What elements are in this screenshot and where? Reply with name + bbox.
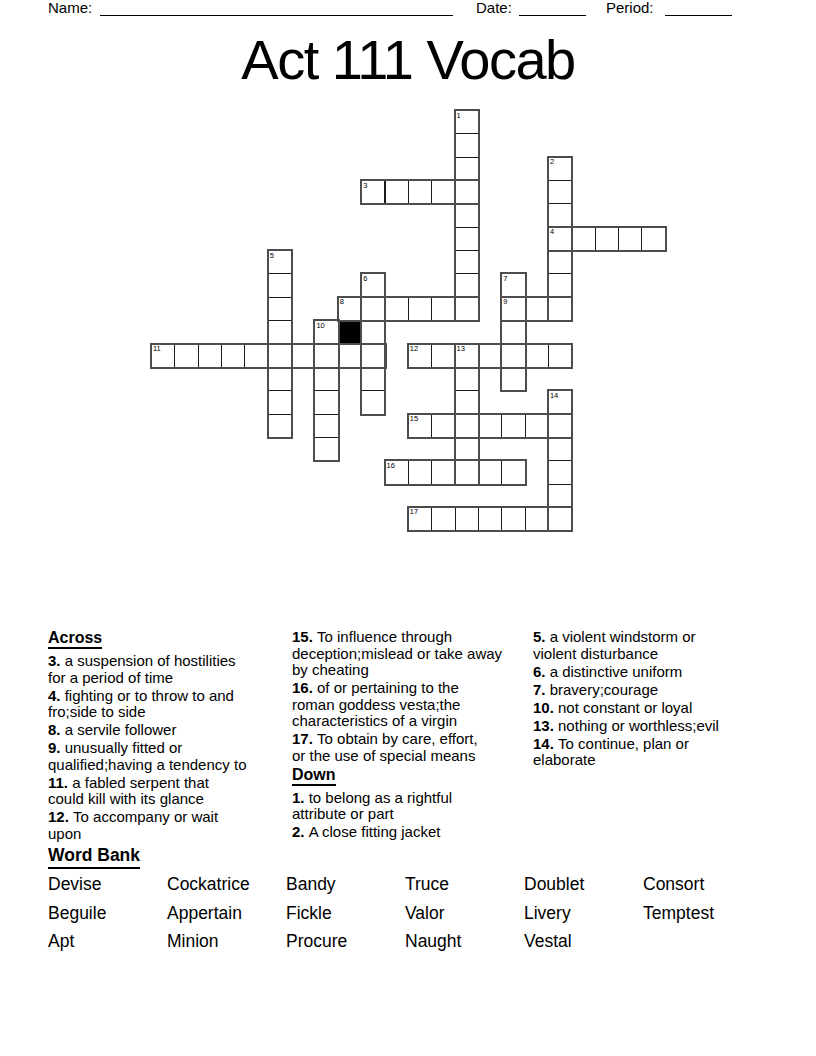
grid-cell-r15c11[interactable] (408, 460, 432, 484)
grid-cell-r13c16[interactable] (525, 414, 549, 438)
word-bank-word-naught: Naught (405, 927, 524, 956)
cell-number-10: 10 (316, 322, 324, 330)
grid-cell-r17c17[interactable] (548, 507, 572, 531)
clue-a11: 11. a fabled serpent thatcould kill with… (48, 775, 294, 808)
page-title: Act 111 Vocab (0, 32, 816, 88)
clue-a9: 9. unusually fitted orqualified;having a… (48, 740, 294, 773)
cell-number-16: 16 (387, 462, 395, 470)
clue-d14: 14. To continue, plan orelaborate (533, 736, 779, 769)
cell-number-17: 17 (410, 508, 418, 516)
date-label: Date: (476, 0, 512, 16)
grid-cell-r12c5[interactable] (268, 390, 292, 414)
grid-cell-r8c13[interactable] (455, 297, 479, 321)
period-label: Period: (606, 0, 654, 16)
grid-cell-r2c13[interactable] (455, 157, 479, 181)
grid-cell-r10c5[interactable] (268, 344, 292, 368)
grid-cell-r11c15[interactable] (501, 367, 525, 391)
grid-cell-r9c5[interactable] (268, 320, 292, 344)
clue-d5: 5. a violent windstorm orviolent disturb… (533, 629, 779, 662)
across-heading: Across (48, 629, 294, 647)
grid-cell-r13c12[interactable] (431, 414, 455, 438)
grid-cell-r12c13[interactable] (455, 390, 479, 414)
clue-a17: 17. To obtain by care, effort,or the use… (292, 731, 538, 764)
grid-cell-r10c7[interactable] (314, 344, 338, 368)
clue-column-3: 5. a violent windstorm orviolent disturb… (533, 629, 779, 770)
grid-cell-r17c16[interactable] (525, 507, 549, 531)
clue-d2: 2. A close fitting jacket (292, 824, 538, 841)
grid-cell-r4c13[interactable] (455, 203, 479, 227)
cell-number-2: 2 (550, 158, 554, 166)
word-bank-word-vestal: Vestal (524, 927, 643, 956)
grid-cell-r10c8[interactable] (338, 344, 362, 368)
crossword-grid: 1234567891011121314151617 (151, 110, 667, 532)
grid-cell-r10c1[interactable] (174, 344, 198, 368)
grid-cell-r10c16[interactable] (525, 344, 549, 368)
grid-cell-r14c17[interactable] (548, 437, 572, 461)
grid-cell-r6c13[interactable] (455, 250, 479, 274)
grid-cell-r17c12[interactable] (431, 507, 455, 531)
grid-cell-r10c15[interactable] (501, 344, 525, 368)
clue-d7: 7. bravery;courage (533, 682, 779, 699)
grid-cell-r10c9[interactable] (361, 344, 385, 368)
grid-cell-r15c14[interactable] (478, 460, 502, 484)
word-bank-word-beguile: Beguile (48, 899, 167, 928)
word-bank-word-consort: Consort (643, 870, 762, 899)
grid-cell-r10c3[interactable] (221, 344, 245, 368)
cell-number-6: 6 (363, 275, 367, 283)
grid-cell-r17c13[interactable] (455, 507, 479, 531)
clue-a3: 3. a suspension of hostilitiesfor a peri… (48, 653, 294, 686)
word-bank-word-cockatrice: Cockatrice (167, 870, 286, 899)
period-underline[interactable] (665, 0, 732, 16)
grid-cell-r13c13[interactable] (455, 414, 479, 438)
word-bank-word-devise: Devise (48, 870, 167, 899)
grid-cell-r15c12[interactable] (431, 460, 455, 484)
grid-cell-r16c17[interactable] (548, 484, 572, 508)
word-bank-word-procure: Procure (286, 927, 405, 956)
name-label: Name: (48, 0, 92, 16)
word-bank-heading-text: Word Bank (48, 845, 140, 869)
clue-a15: 15. To influence throughdeception;mislea… (292, 629, 538, 679)
grid-cell-r3c11[interactable] (408, 180, 432, 204)
word-bank-word-temptest: Temptest (643, 899, 762, 928)
grid-cell-r15c13[interactable] (455, 460, 479, 484)
clue-a16: 16. of or pertaining to theroman goddess… (292, 680, 538, 730)
grid-cell-r5c20[interactable] (618, 227, 642, 251)
grid-cell-r9c9[interactable] (361, 320, 385, 344)
grid-cell-r15c15[interactable] (501, 460, 525, 484)
grid-cell-r8c16[interactable] (525, 297, 549, 321)
down-heading: Down (292, 766, 538, 784)
grid-cell-r8c5[interactable] (268, 297, 292, 321)
clue-a12: 12. To accompany or waitupon (48, 809, 294, 842)
grid-cell-r6c17[interactable] (548, 250, 572, 274)
grid-cell-r10c4[interactable] (244, 344, 268, 368)
grid-cell-r13c7[interactable] (314, 414, 338, 438)
grid-cell-r10c2[interactable] (198, 344, 222, 368)
black-cell (338, 320, 362, 344)
word-bank: DeviseCockatriceBandyTruceDoubletConsort… (48, 870, 762, 956)
grid-cell-r5c18[interactable] (571, 227, 595, 251)
grid-cell-r5c21[interactable] (641, 227, 665, 251)
grid-cell-r8c12[interactable] (431, 297, 455, 321)
grid-cell-r11c13[interactable] (455, 367, 479, 391)
grid-cell-r10c17[interactable] (548, 344, 572, 368)
cell-number-12: 12 (410, 345, 418, 353)
cell-number-8: 8 (340, 298, 344, 306)
grid-cell-r3c10[interactable] (385, 180, 409, 204)
cell-number-14: 14 (550, 392, 558, 400)
grid-cell-r7c13[interactable] (455, 273, 479, 297)
cell-number-13: 13 (457, 345, 465, 353)
cell-number-11: 11 (153, 345, 161, 353)
grid-cell-r5c13[interactable] (455, 227, 479, 251)
name-underline[interactable] (100, 0, 453, 16)
grid-cell-r13c15[interactable] (501, 414, 525, 438)
word-bank-word-truce: Truce (405, 870, 524, 899)
grid-cell-r4c17[interactable] (548, 203, 572, 227)
cell-number-1: 1 (457, 112, 461, 120)
word-bank-word-apt: Apt (48, 927, 167, 956)
word-bank-word-bandy: Bandy (286, 870, 405, 899)
grid-cell-r8c11[interactable] (408, 297, 432, 321)
clue-d1: 1. to belong as a rightfulattribute or p… (292, 790, 538, 823)
grid-cell-r7c5[interactable] (268, 273, 292, 297)
word-bank-word-doublet: Doublet (524, 870, 643, 899)
grid-cell-r8c10[interactable] (385, 297, 409, 321)
grid-cell-r8c9[interactable] (361, 297, 385, 321)
grid-cell-r15c17[interactable] (548, 460, 572, 484)
word-bank-word-minion: Minion (167, 927, 286, 956)
cell-number-3: 3 (363, 182, 367, 190)
clue-column-1: Across3. a suspension of hostilitiesfor … (48, 629, 294, 844)
grid-cell-r11c5[interactable] (268, 367, 292, 391)
grid-cell-r10c14[interactable] (478, 344, 502, 368)
clue-column-2: 15. To influence throughdeception;mislea… (292, 629, 538, 842)
cell-number-4: 4 (550, 228, 554, 236)
clue-d13: 13. nothing or worthless;evil (533, 718, 779, 735)
grid-cell-r14c7[interactable] (314, 437, 338, 461)
grid-cell-r12c7[interactable] (314, 390, 338, 414)
clue-a8: 8. a servile follower (48, 722, 294, 739)
cell-number-7: 7 (503, 275, 507, 283)
clue-section: Across3. a suspension of hostilitiesfor … (0, 629, 816, 844)
grid-cell-r10c12[interactable] (431, 344, 455, 368)
grid-cell-r8c17[interactable] (548, 297, 572, 321)
grid-cell-r17c15[interactable] (501, 507, 525, 531)
grid-cell-r3c17[interactable] (548, 180, 572, 204)
clue-a4: 4. fighting or to throw to andfro;side t… (48, 688, 294, 721)
grid-cell-r13c14[interactable] (478, 414, 502, 438)
grid-cell-r13c5[interactable] (268, 414, 292, 438)
grid-cell-r10c6[interactable] (291, 344, 315, 368)
grid-cell-r7c17[interactable] (548, 273, 572, 297)
cell-number-15: 15 (410, 415, 418, 423)
clue-d10: 10. not constant or loyal (533, 700, 779, 717)
grid-cell-r17c14[interactable] (478, 507, 502, 531)
grid-cell-r13c17[interactable] (548, 414, 572, 438)
word-bank-word-fickle: Fickle (286, 899, 405, 928)
grid-cell-r11c9[interactable] (361, 367, 385, 391)
grid-cell-r3c13[interactable] (455, 180, 479, 204)
grid-cell-r9c15[interactable] (501, 320, 525, 344)
grid-cell-r12c9[interactable] (361, 390, 385, 414)
grid-cell-r5c19[interactable] (595, 227, 619, 251)
grid-cell-r11c7[interactable] (314, 367, 338, 391)
word-bank-word-livery: Livery (524, 899, 643, 928)
date-underline[interactable] (519, 0, 586, 16)
cell-number-5: 5 (270, 252, 274, 260)
grid-cell-r3c12[interactable] (431, 180, 455, 204)
grid-cell-r14c13[interactable] (455, 437, 479, 461)
worksheet-page: Name: Date: Period: Act 111 Vocab 123456… (0, 0, 816, 1056)
word-bank-word-valor: Valor (405, 899, 524, 928)
word-bank-heading: Word Bank (48, 845, 140, 866)
cell-number-9: 9 (503, 298, 507, 306)
clue-d6: 6. a distinctive uniform (533, 664, 779, 681)
word-bank-word-appertain: Appertain (167, 899, 286, 928)
grid-cell-r1c13[interactable] (455, 133, 479, 157)
